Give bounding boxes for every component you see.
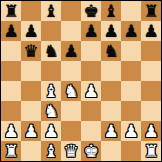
white-rook[interactable]: ♜ [143,141,158,161]
white-pawn[interactable]: ♟ [23,121,38,141]
square-c8[interactable]: ♝ [41,1,61,21]
white-pawn[interactable]: ♟ [143,121,158,141]
square-g8[interactable] [121,1,141,21]
white-pawn[interactable]: ♟ [3,121,18,141]
square-g4[interactable] [121,81,141,101]
black-pawn[interactable]: ♟ [103,21,118,41]
white-rook[interactable]: ♜ [3,141,18,161]
white-pawn[interactable]: ♟ [83,81,98,101]
square-c1[interactable]: ♝ [41,141,61,161]
white-pawn[interactable]: ♟ [123,121,138,141]
square-b3[interactable] [21,101,41,121]
black-rook[interactable]: ♜ [143,1,158,21]
chess-board-frame: ♜♝♚♝♜♟♟♟♟♟♟♛♞♟♞♝♞♟♞♟♟♟♟♟♟♜♝♛♚♜ [0,0,162,162]
square-e7[interactable]: ♟ [81,21,101,41]
square-f5[interactable] [101,61,121,81]
square-d7[interactable] [61,21,81,41]
square-h3[interactable] [141,101,161,121]
square-a8[interactable]: ♜ [1,1,21,21]
square-h6[interactable] [141,41,161,61]
square-f6[interactable]: ♞ [101,41,121,61]
square-c7[interactable] [41,21,61,41]
square-d4[interactable]: ♞ [61,81,81,101]
square-e6[interactable] [81,41,101,61]
black-pawn[interactable]: ♟ [63,41,78,61]
square-c5[interactable] [41,61,61,81]
square-e5[interactable] [81,61,101,81]
square-b7[interactable]: ♟ [21,21,41,41]
square-b2[interactable]: ♟ [21,121,41,141]
square-b1[interactable] [21,141,41,161]
black-pawn[interactable]: ♟ [3,21,18,41]
square-b4[interactable] [21,81,41,101]
square-d8[interactable] [61,1,81,21]
square-g1[interactable] [121,141,141,161]
square-c2[interactable]: ♟ [41,121,61,141]
square-a3[interactable] [1,101,21,121]
square-f8[interactable]: ♝ [101,1,121,21]
square-d5[interactable] [61,61,81,81]
square-h8[interactable]: ♜ [141,1,161,21]
square-g3[interactable] [121,101,141,121]
square-a7[interactable]: ♟ [1,21,21,41]
white-knight[interactable]: ♞ [63,81,78,101]
square-e4[interactable]: ♟ [81,81,101,101]
square-e2[interactable] [81,121,101,141]
square-a5[interactable] [1,61,21,81]
square-d6[interactable]: ♟ [61,41,81,61]
square-e3[interactable] [81,101,101,121]
square-c3[interactable]: ♞ [41,101,61,121]
square-d3[interactable] [61,101,81,121]
black-bishop[interactable]: ♝ [103,1,118,21]
square-h2[interactable]: ♟ [141,121,161,141]
black-pawn[interactable]: ♟ [83,21,98,41]
square-g7[interactable]: ♟ [121,21,141,41]
black-king[interactable]: ♚ [83,1,98,21]
square-a6[interactable] [1,41,21,61]
square-d1[interactable]: ♛ [61,141,81,161]
square-g6[interactable] [121,41,141,61]
square-f4[interactable] [101,81,121,101]
white-bishop[interactable]: ♝ [43,81,58,101]
square-b6[interactable]: ♛ [21,41,41,61]
black-pawn[interactable]: ♟ [23,21,38,41]
white-knight[interactable]: ♞ [43,101,58,121]
square-h7[interactable]: ♟ [141,21,161,41]
black-pawn[interactable]: ♟ [143,21,158,41]
square-c4[interactable]: ♝ [41,81,61,101]
square-h1[interactable]: ♜ [141,141,161,161]
square-g5[interactable] [121,61,141,81]
square-a1[interactable]: ♜ [1,141,21,161]
square-f1[interactable] [101,141,121,161]
square-e8[interactable]: ♚ [81,1,101,21]
square-b8[interactable] [21,1,41,21]
white-bishop[interactable]: ♝ [43,141,58,161]
square-f3[interactable] [101,101,121,121]
square-h5[interactable] [141,61,161,81]
square-a4[interactable] [1,81,21,101]
square-f2[interactable]: ♟ [101,121,121,141]
chess-board[interactable]: ♜♝♚♝♜♟♟♟♟♟♟♛♞♟♞♝♞♟♞♟♟♟♟♟♟♜♝♛♚♜ [1,1,161,161]
square-d2[interactable] [61,121,81,141]
black-knight[interactable]: ♞ [103,41,118,61]
black-bishop[interactable]: ♝ [43,1,58,21]
white-king[interactable]: ♚ [83,141,98,161]
square-c6[interactable]: ♞ [41,41,61,61]
square-f7[interactable]: ♟ [101,21,121,41]
square-e1[interactable]: ♚ [81,141,101,161]
black-knight[interactable]: ♞ [43,41,58,61]
square-h4[interactable] [141,81,161,101]
white-pawn[interactable]: ♟ [43,121,58,141]
black-queen[interactable]: ♛ [23,41,38,61]
square-g2[interactable]: ♟ [121,121,141,141]
white-queen[interactable]: ♛ [63,141,78,161]
black-rook[interactable]: ♜ [3,1,18,21]
black-pawn[interactable]: ♟ [123,21,138,41]
square-b5[interactable] [21,61,41,81]
square-a2[interactable]: ♟ [1,121,21,141]
white-pawn[interactable]: ♟ [103,121,118,141]
